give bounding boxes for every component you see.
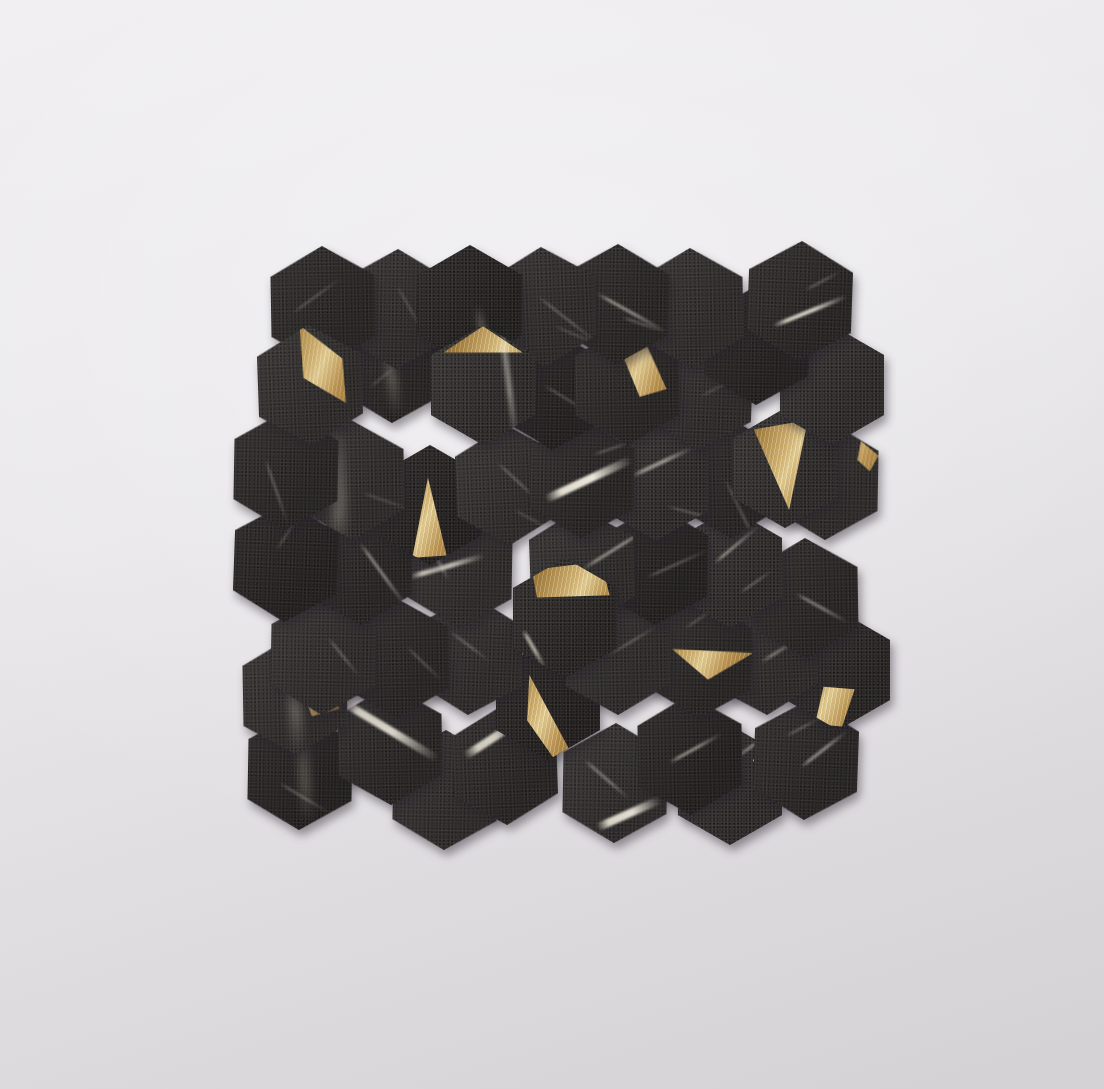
marble-vein bbox=[669, 732, 723, 764]
marble-vein bbox=[800, 729, 849, 768]
marble-vein bbox=[544, 456, 633, 503]
stone-hexagon-face bbox=[513, 558, 617, 678]
marble-vein bbox=[805, 271, 841, 292]
hex-mosaic-tile-panel bbox=[0, 0, 1104, 1089]
marble-vein bbox=[629, 446, 694, 479]
marble-vein bbox=[645, 548, 709, 578]
stone-hexagon-face bbox=[431, 325, 535, 445]
marble-vein bbox=[407, 646, 444, 682]
hex-tile bbox=[431, 325, 535, 445]
marble-vein bbox=[740, 569, 774, 594]
stone-hexagon-face bbox=[256, 323, 364, 447]
marble-vein bbox=[449, 630, 490, 662]
marble-vein bbox=[264, 458, 289, 525]
marble-vein bbox=[522, 629, 548, 670]
marble-vein bbox=[328, 637, 361, 677]
marble-vein bbox=[362, 492, 405, 510]
hex-tile bbox=[513, 558, 617, 678]
marble-vein bbox=[291, 277, 341, 314]
gold-inlay-triangle bbox=[256, 323, 364, 447]
marble-vein bbox=[666, 505, 708, 522]
gold-inlay-triangle bbox=[431, 325, 535, 445]
marble-vein bbox=[772, 294, 848, 328]
marble-vein bbox=[795, 592, 849, 624]
marble-vein bbox=[583, 759, 630, 801]
hex-tile bbox=[746, 239, 854, 363]
stone-hexagon-face bbox=[746, 239, 854, 363]
gold-inlay-triangle bbox=[513, 558, 617, 678]
hex-tile bbox=[256, 323, 364, 447]
